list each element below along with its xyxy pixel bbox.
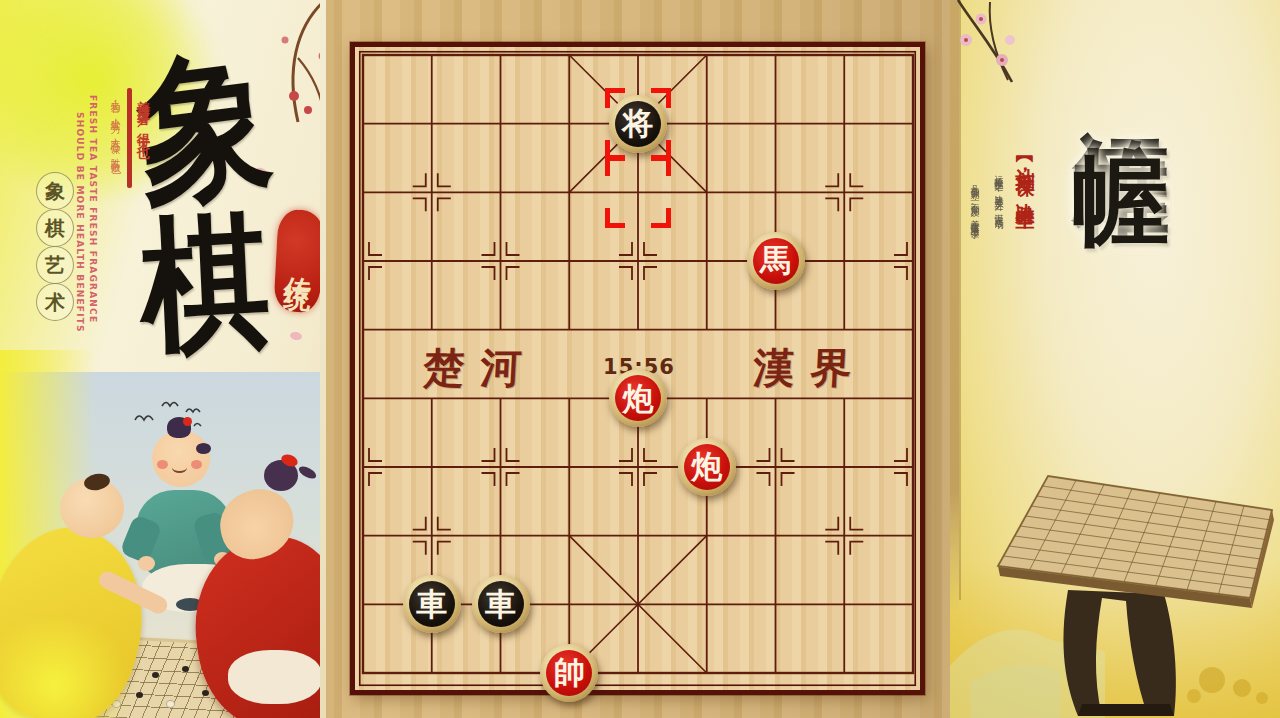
- seal-text: 传统: [281, 254, 318, 268]
- poster-english-line1: FRESH TEA TASTE FRESH FRAGRANCE: [88, 95, 98, 323]
- piece-glyph: 車: [485, 589, 516, 620]
- poster-edge: [320, 0, 326, 718]
- blossom-branch-icon: [950, 0, 1040, 105]
- petal-decoration: [289, 331, 302, 341]
- poster-english-line2: SHOULD BE MORE HEALTH BENEFITS: [75, 112, 85, 333]
- child-ribbon: [183, 417, 192, 426]
- poster-red-quote: 【计划筹谋，决胜千里】: [1013, 150, 1039, 202]
- stone-decoration: [182, 666, 189, 672]
- piece-glyph: 炮: [691, 451, 722, 482]
- seal-circle-char: 术: [36, 283, 74, 321]
- child-cheek: [157, 460, 168, 469]
- piece-glyph: 帥: [554, 657, 585, 688]
- stone-decoration: [202, 690, 209, 696]
- xiangqi-board-photo: [950, 428, 1280, 718]
- seal-circle-char: 象: [36, 172, 74, 210]
- child-hair: [196, 443, 211, 454]
- child-hand: [138, 556, 155, 571]
- piece-glyph: 馬: [760, 245, 791, 276]
- piece-glyph: 炮: [623, 383, 654, 414]
- black-chariot-piece[interactable]: 車: [472, 575, 530, 633]
- river-label-han-jie: 漢界: [729, 341, 877, 396]
- poster-title-char-qi: 棋: [137, 206, 272, 359]
- piece-glyph: 将: [623, 108, 654, 139]
- poster-motto-text: 善博弈者／得天下也: [134, 90, 152, 260]
- stone-decoration: [152, 672, 159, 678]
- red-horse-piece[interactable]: 馬: [747, 232, 805, 290]
- left-poster-panel: 象 棋 传统 善博弈者／得天下也 之为智，小胜靠力，大胜心谋，胜不败也 FRES…: [0, 0, 326, 718]
- piece-glyph: 車: [416, 589, 447, 620]
- child-cheek: [191, 460, 202, 469]
- seal-circle-char: 棋: [36, 209, 74, 247]
- poster-title-char-xiang: 象: [132, 40, 278, 214]
- tradition-seal-stamp: 传统: [273, 209, 324, 313]
- child-smile: [172, 462, 187, 473]
- black-chariot-piece[interactable]: 車: [403, 575, 461, 633]
- red-bar-decoration: [127, 88, 132, 188]
- black-general-piece[interactable]: 将: [609, 95, 667, 153]
- red-cannon-piece[interactable]: 炮: [609, 369, 667, 427]
- poster-small-motto-text: 之为智，小胜靠力，大胜心谋，胜不败也: [108, 92, 122, 282]
- seal-circle-char: 艺: [36, 246, 74, 284]
- child-center-head: [152, 430, 210, 487]
- river-label-chu-he: 楚河: [399, 341, 547, 396]
- xiangqi-board[interactable]: 楚河 漢界 15:56 将馬炮炮車車帥: [350, 42, 925, 695]
- red-cannon-piece[interactable]: 炮: [678, 438, 736, 496]
- app-root: 象 棋 传统 善博弈者／得天下也 之为智，小胜靠力，大胜心谋，胜不败也 FRES…: [0, 0, 1280, 718]
- red-general-piece[interactable]: 帥: [540, 644, 598, 702]
- stone-decoration: [166, 700, 175, 708]
- child-right-pants: [228, 650, 322, 704]
- poster-title-yunchouweiwo: 运筹帷幄: [1070, 52, 1175, 84]
